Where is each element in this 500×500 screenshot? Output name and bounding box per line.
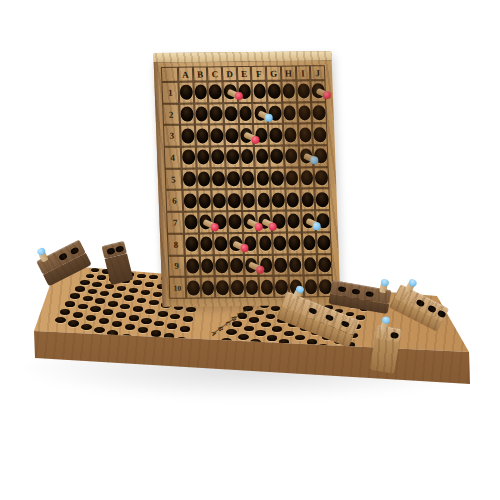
base-peg-hole[interactable] bbox=[100, 291, 110, 296]
base-peg-hole[interactable] bbox=[266, 314, 276, 319]
red-peg[interactable] bbox=[323, 91, 331, 99]
base-peg-hole[interactable] bbox=[99, 318, 110, 324]
grid-hole-cell[interactable] bbox=[285, 189, 300, 211]
base-peg-hole[interactable] bbox=[238, 334, 249, 340]
red-peg[interactable] bbox=[256, 266, 264, 274]
grid-hole-cell[interactable] bbox=[312, 124, 327, 146]
peg-hole[interactable] bbox=[239, 106, 252, 121]
grid-hole-cell[interactable] bbox=[267, 81, 282, 103]
row-label: 2 bbox=[169, 109, 174, 119]
base-peg-hole[interactable] bbox=[95, 298, 105, 304]
grid-hole-cell[interactable] bbox=[296, 80, 311, 102]
peg-hole[interactable] bbox=[315, 170, 328, 185]
base-peg-hole[interactable] bbox=[70, 293, 80, 299]
base-peg-hole[interactable] bbox=[145, 282, 154, 287]
grid-hole-cell[interactable] bbox=[199, 233, 214, 255]
base-peg-hole[interactable] bbox=[55, 317, 66, 324]
grid-hole-cell[interactable] bbox=[238, 103, 253, 125]
grid-hole-cell[interactable] bbox=[209, 103, 224, 125]
grid-hole-cell[interactable] bbox=[199, 255, 214, 277]
base-peg-hole[interactable] bbox=[167, 323, 177, 329]
peg-hole[interactable] bbox=[184, 215, 197, 230]
base-peg-hole[interactable] bbox=[91, 268, 100, 272]
column-label: I bbox=[301, 68, 305, 78]
red-peg[interactable] bbox=[269, 222, 277, 230]
peg-hole[interactable] bbox=[211, 128, 224, 143]
grid-hole-cell[interactable] bbox=[259, 276, 274, 298]
base-peg-hole[interactable] bbox=[284, 331, 294, 337]
scene: 12345678910ABCDEFGHIJ ABCDEFGHIJ12345678… bbox=[0, 0, 500, 500]
base-peg-hole[interactable] bbox=[120, 304, 130, 310]
grid-hole-cell[interactable] bbox=[252, 81, 267, 103]
column-header-cell: E bbox=[237, 66, 252, 81]
target-board-grid: ABCDEFGHIJ12345678910 bbox=[161, 65, 333, 299]
peg-hole[interactable] bbox=[197, 150, 210, 165]
peg-hole[interactable] bbox=[242, 171, 255, 186]
base-peg-hole[interactable] bbox=[78, 304, 88, 310]
grid-hole-cell[interactable] bbox=[185, 255, 200, 277]
grid-hole-cell[interactable] bbox=[212, 190, 227, 212]
base-peg-hole[interactable] bbox=[86, 274, 95, 279]
grid-hole-cell[interactable] bbox=[197, 190, 212, 212]
base-peg-hole[interactable] bbox=[149, 300, 159, 305]
peg-hole[interactable] bbox=[285, 149, 298, 164]
peg-hole[interactable] bbox=[257, 193, 270, 208]
grid-corner-cell bbox=[161, 67, 179, 82]
peg-hole[interactable] bbox=[228, 215, 241, 230]
peg-hole[interactable] bbox=[286, 171, 299, 186]
base-peg-hole[interactable] bbox=[170, 314, 180, 320]
ship-peg-hole[interactable] bbox=[106, 247, 115, 254]
grid-hole-cell[interactable] bbox=[210, 146, 225, 168]
grid-hole-cell[interactable] bbox=[302, 254, 317, 276]
row-label: 3 bbox=[169, 131, 174, 141]
base-peg-hole[interactable] bbox=[153, 292, 162, 297]
base-peg-hole[interactable] bbox=[80, 280, 89, 285]
base-peg-hole[interactable] bbox=[232, 321, 242, 327]
peg-hole[interactable] bbox=[298, 105, 311, 120]
base-peg-hole[interactable] bbox=[255, 330, 265, 336]
row-label-cell: 4 bbox=[164, 147, 182, 169]
column-label: E bbox=[241, 68, 247, 78]
grid-hole-cell[interactable] bbox=[183, 212, 198, 234]
row-label: 7 bbox=[173, 218, 178, 228]
grid-hole-cell[interactable] bbox=[194, 103, 209, 125]
peg-hole[interactable] bbox=[288, 236, 301, 251]
base-peg-hole[interactable] bbox=[75, 286, 85, 291]
grid-hole-cell[interactable] bbox=[315, 189, 330, 211]
grid-hole-cell[interactable] bbox=[186, 277, 201, 299]
peg-hole[interactable] bbox=[301, 192, 314, 207]
row-label-cell: 9 bbox=[168, 255, 186, 277]
grid-hole-cell[interactable] bbox=[196, 168, 211, 190]
peg-hole[interactable] bbox=[255, 149, 268, 164]
base-peg-hole[interactable] bbox=[90, 306, 100, 312]
ship-peg-hole[interactable] bbox=[427, 305, 437, 314]
peg-hole[interactable] bbox=[271, 171, 284, 186]
column-header-cell: D bbox=[222, 66, 237, 81]
base-peg-hole[interactable] bbox=[244, 326, 254, 332]
peg-hole[interactable] bbox=[256, 171, 269, 186]
grid-hole-cell[interactable] bbox=[182, 190, 197, 212]
row-label-cell: 6 bbox=[165, 190, 183, 212]
base-peg-hole[interactable] bbox=[133, 306, 143, 312]
column-label: B bbox=[197, 69, 203, 79]
peg-hole[interactable] bbox=[282, 84, 295, 99]
peg-hole[interactable] bbox=[200, 237, 213, 252]
ship-peg-hole[interactable] bbox=[58, 252, 68, 261]
peg-hole[interactable] bbox=[289, 257, 302, 272]
grid-hole-cell[interactable] bbox=[240, 168, 255, 190]
red-peg[interactable] bbox=[254, 222, 262, 230]
base-peg-hole[interactable] bbox=[158, 311, 168, 317]
row-label-cell: 2 bbox=[162, 103, 180, 125]
peg-hole[interactable] bbox=[269, 127, 282, 142]
base-peg-hole[interactable] bbox=[183, 316, 193, 322]
grid-hole-cell[interactable] bbox=[286, 211, 301, 233]
grid-hole-cell[interactable] bbox=[297, 102, 312, 124]
peg-hole[interactable] bbox=[300, 170, 313, 185]
peg-hole[interactable] bbox=[186, 258, 199, 273]
peg-hole[interactable] bbox=[241, 149, 254, 164]
peg-hole[interactable] bbox=[313, 127, 326, 142]
peg-hole[interactable] bbox=[228, 193, 241, 208]
grid-hole-cell[interactable] bbox=[182, 168, 197, 190]
base-peg-hole[interactable] bbox=[117, 286, 126, 291]
grid-hole-cell[interactable] bbox=[226, 189, 241, 211]
base-peg-hole[interactable] bbox=[112, 293, 122, 298]
ship-peg-hole[interactable] bbox=[325, 313, 334, 321]
grid-hole-cell[interactable] bbox=[211, 168, 226, 190]
grid-hole-cell[interactable] bbox=[230, 276, 245, 298]
peg-hole[interactable] bbox=[210, 106, 223, 121]
grid-hole-cell[interactable] bbox=[269, 146, 284, 168]
base-peg-hole[interactable] bbox=[151, 330, 162, 336]
grid-hole-cell[interactable] bbox=[303, 275, 318, 297]
column-header-cell: G bbox=[266, 66, 281, 81]
ship-peg-hole[interactable] bbox=[115, 245, 124, 252]
peg-hole[interactable] bbox=[272, 192, 285, 207]
peg-hole[interactable] bbox=[213, 193, 226, 208]
grid-hole-cell[interactable] bbox=[300, 189, 315, 211]
base-peg-hole[interactable] bbox=[86, 315, 97, 321]
grid-hole-cell[interactable] bbox=[214, 255, 229, 277]
row-label-cell: 10 bbox=[169, 277, 187, 299]
column-label: J bbox=[315, 68, 320, 78]
base-peg-hole[interactable] bbox=[137, 298, 147, 303]
base-peg-hole[interactable] bbox=[124, 295, 134, 300]
grid-hole-cell[interactable] bbox=[254, 146, 269, 168]
peg-hole[interactable] bbox=[283, 106, 296, 121]
peg-hole[interactable] bbox=[313, 105, 326, 120]
base-peg-hole[interactable] bbox=[92, 282, 101, 287]
column-header-cell: I bbox=[295, 65, 310, 80]
peg-hole[interactable] bbox=[180, 85, 193, 100]
peg-hole[interactable] bbox=[242, 193, 255, 208]
peg-hole[interactable] bbox=[212, 171, 225, 186]
grid-hole-cell[interactable] bbox=[178, 82, 193, 104]
base-peg-hole[interactable] bbox=[137, 274, 146, 278]
base-peg-hole[interactable] bbox=[116, 312, 126, 318]
peg-hole[interactable] bbox=[246, 279, 259, 294]
peg-hole[interactable] bbox=[297, 84, 310, 99]
grid-hole-cell[interactable] bbox=[316, 232, 331, 254]
grid-hole-cell[interactable] bbox=[215, 276, 230, 298]
peg-hole[interactable] bbox=[253, 84, 266, 99]
base-peg-hole[interactable] bbox=[186, 307, 196, 312]
grid-hole-cell[interactable] bbox=[273, 254, 288, 276]
grid-hole-cell[interactable] bbox=[287, 232, 302, 254]
base-peg-hole[interactable] bbox=[272, 326, 282, 332]
base-peg-hole[interactable] bbox=[261, 322, 271, 328]
grid-hole-cell[interactable] bbox=[282, 102, 297, 124]
ship-peg-hole[interactable] bbox=[70, 246, 80, 255]
peg-hole[interactable] bbox=[273, 236, 286, 251]
red-peg[interactable] bbox=[251, 136, 259, 144]
peg-hole[interactable] bbox=[225, 128, 238, 143]
peg-hole[interactable] bbox=[215, 258, 228, 273]
column-header-cell: B bbox=[193, 66, 208, 81]
grid-hole-cell[interactable] bbox=[227, 211, 242, 233]
base-peg-hole[interactable] bbox=[68, 320, 79, 327]
column-header-cell: A bbox=[178, 67, 193, 82]
grid-hole-cell[interactable] bbox=[255, 168, 270, 190]
column-label: A bbox=[182, 69, 189, 79]
base-peg-hole[interactable] bbox=[180, 326, 190, 332]
base-peg-hole[interactable] bbox=[88, 289, 98, 294]
row-label: 5 bbox=[171, 174, 176, 184]
grid-hole-cell[interactable] bbox=[284, 146, 299, 168]
base-peg-hole[interactable] bbox=[226, 329, 237, 335]
peg-hole[interactable] bbox=[182, 150, 195, 165]
peg-hole[interactable] bbox=[226, 149, 239, 164]
base-peg-hole[interactable] bbox=[108, 301, 118, 307]
ship-peg-hole[interactable] bbox=[365, 290, 374, 297]
grid-hole-cell[interactable] bbox=[244, 276, 259, 298]
peg-hole[interactable] bbox=[268, 84, 281, 99]
row-label: 10 bbox=[174, 283, 182, 292]
grid-hole-cell[interactable] bbox=[283, 124, 298, 146]
grid-hole-cell[interactable] bbox=[193, 81, 208, 103]
column-header-cell: J bbox=[310, 65, 325, 80]
grid-hole-cell[interactable] bbox=[209, 125, 224, 147]
grid-hole-cell[interactable] bbox=[311, 102, 326, 124]
grid-hole-cell[interactable] bbox=[288, 254, 303, 276]
peg-hole[interactable] bbox=[259, 236, 272, 251]
peg-hole[interactable] bbox=[196, 128, 209, 143]
grid-hole-cell[interactable] bbox=[226, 168, 241, 190]
peg-hole[interactable] bbox=[198, 193, 211, 208]
grid-hole-cell[interactable] bbox=[317, 254, 332, 276]
peg-hole[interactable] bbox=[284, 127, 297, 142]
base-peg-hole[interactable] bbox=[65, 301, 75, 307]
peg-hole[interactable] bbox=[317, 235, 330, 250]
peg-hole[interactable] bbox=[216, 280, 229, 295]
grid-hole-cell[interactable] bbox=[257, 233, 272, 255]
base-peg-hole[interactable] bbox=[129, 315, 139, 321]
base-peg-hole[interactable] bbox=[112, 321, 123, 327]
base-peg-hole[interactable] bbox=[267, 335, 277, 341]
peg-hole[interactable] bbox=[227, 171, 240, 186]
base-peg-hole[interactable] bbox=[97, 275, 106, 280]
base-peg-hole[interactable] bbox=[133, 280, 142, 285]
grid-hole-cell[interactable] bbox=[270, 167, 285, 189]
grid-hole-cell[interactable] bbox=[256, 189, 271, 211]
peg-hole[interactable] bbox=[304, 279, 317, 294]
grid-hole-cell[interactable] bbox=[225, 146, 240, 168]
row-label: 1 bbox=[168, 88, 173, 98]
peg-hole[interactable] bbox=[316, 192, 329, 207]
grid-hole-cell[interactable] bbox=[241, 189, 256, 211]
grid-hole-cell[interactable] bbox=[281, 80, 296, 102]
grid-hole-cell[interactable] bbox=[195, 125, 210, 147]
row-label: 9 bbox=[174, 261, 179, 271]
peg-hole[interactable] bbox=[318, 257, 331, 272]
base-peg-hole[interactable] bbox=[307, 339, 317, 345]
base-peg-hole[interactable] bbox=[154, 321, 164, 327]
base-peg-hole[interactable] bbox=[249, 317, 259, 323]
row-label-cell: 3 bbox=[163, 125, 181, 147]
row-label: 6 bbox=[172, 196, 177, 206]
target-board-top-edge bbox=[153, 51, 331, 63]
base-peg-hole[interactable] bbox=[81, 324, 92, 331]
base-peg-hole[interactable] bbox=[295, 335, 305, 341]
row-label: 4 bbox=[170, 153, 175, 163]
peg-hole[interactable] bbox=[194, 85, 207, 100]
ship-peg-hole[interactable] bbox=[351, 288, 360, 295]
base-peg-hole[interactable] bbox=[125, 324, 136, 330]
grid-hole-cell[interactable] bbox=[223, 103, 238, 125]
base-peg-hole[interactable] bbox=[145, 309, 155, 315]
base-peg-hole[interactable] bbox=[60, 309, 71, 315]
column-label: C bbox=[211, 69, 218, 79]
target-board[interactable]: ABCDEFGHIJ12345678910 bbox=[153, 51, 340, 307]
grid-hole-cell[interactable] bbox=[301, 232, 316, 254]
peg-hole[interactable] bbox=[187, 280, 200, 295]
grid-hole-cell[interactable] bbox=[229, 255, 244, 277]
column-header-cell: H bbox=[281, 65, 296, 80]
grid-hole-cell[interactable] bbox=[297, 124, 312, 146]
base-peg-hole[interactable] bbox=[103, 309, 113, 315]
base-peg-hole[interactable] bbox=[255, 310, 265, 315]
peg-hole[interactable] bbox=[303, 235, 316, 250]
grid-hole-cell[interactable] bbox=[240, 146, 255, 168]
column-label: D bbox=[226, 69, 233, 79]
base-peg-hole[interactable] bbox=[149, 275, 158, 279]
peg-hole[interactable] bbox=[274, 257, 287, 272]
peg-hole[interactable] bbox=[184, 193, 197, 208]
peg-hole[interactable] bbox=[303, 257, 316, 272]
grid-hole-cell[interactable] bbox=[271, 189, 286, 211]
ship-peg-hole[interactable] bbox=[341, 320, 350, 328]
ship-peg-hole[interactable] bbox=[416, 299, 426, 308]
row-label-cell: 7 bbox=[166, 212, 184, 234]
peg-hole[interactable] bbox=[209, 85, 222, 100]
peg-hole[interactable] bbox=[260, 279, 273, 294]
peg-hole[interactable] bbox=[286, 192, 299, 207]
peg-hole[interactable] bbox=[224, 106, 237, 121]
ship-peg-hole[interactable] bbox=[390, 332, 399, 339]
column-header-cell: F bbox=[251, 66, 266, 81]
peg-hole[interactable] bbox=[185, 237, 198, 252]
row-label-cell: 8 bbox=[167, 233, 185, 255]
peg-hole[interactable] bbox=[195, 106, 208, 121]
ship-peg-hole[interactable] bbox=[308, 307, 317, 315]
peg-hole[interactable] bbox=[270, 149, 283, 164]
grid-hole-cell[interactable] bbox=[184, 233, 199, 255]
base-peg-hole[interactable] bbox=[138, 327, 149, 333]
grid-hole-cell[interactable] bbox=[284, 167, 299, 189]
peg-hole[interactable] bbox=[230, 258, 243, 273]
grid-hole-cell[interactable] bbox=[200, 277, 215, 299]
peg-hole[interactable] bbox=[211, 150, 224, 165]
grid-hole-cell[interactable] bbox=[181, 147, 196, 169]
peg-hole[interactable] bbox=[181, 128, 194, 143]
peg-hole[interactable] bbox=[231, 280, 244, 295]
peg-hole[interactable] bbox=[215, 236, 228, 251]
base-peg-hole[interactable] bbox=[94, 327, 105, 334]
peg-hole[interactable] bbox=[299, 127, 312, 142]
row-label-cell: 1 bbox=[161, 82, 179, 104]
base-peg-hole[interactable] bbox=[73, 312, 84, 318]
grid-hole-cell[interactable] bbox=[179, 103, 194, 125]
grid-hole-cell[interactable] bbox=[272, 232, 287, 254]
peg-hole[interactable] bbox=[201, 280, 214, 295]
peg-hole[interactable] bbox=[197, 171, 210, 186]
peg-hole[interactable] bbox=[183, 172, 196, 187]
grid-hole-cell[interactable] bbox=[314, 167, 329, 189]
red-peg[interactable] bbox=[210, 223, 218, 231]
row-label-cell: 5 bbox=[165, 168, 183, 190]
column-header-cell: C bbox=[207, 66, 222, 81]
peg-hole[interactable] bbox=[201, 258, 214, 273]
row-label: 8 bbox=[173, 239, 178, 249]
grid-hole-cell[interactable] bbox=[213, 233, 228, 255]
peg-hole[interactable] bbox=[180, 107, 193, 122]
grid-hole-cell[interactable] bbox=[299, 167, 314, 189]
peg-hole[interactable] bbox=[287, 214, 300, 229]
column-label: G bbox=[270, 68, 277, 78]
base-peg-hole[interactable] bbox=[141, 290, 150, 295]
column-label: F bbox=[256, 68, 262, 78]
ship-peg-hole[interactable] bbox=[338, 286, 347, 293]
grid-hole-cell[interactable] bbox=[195, 146, 210, 168]
grid-hole-cell[interactable] bbox=[208, 81, 223, 103]
base-peg-hole[interactable] bbox=[141, 318, 151, 324]
column-label: H bbox=[285, 68, 292, 78]
grid-hole-cell[interactable] bbox=[180, 125, 195, 147]
base-peg-hole[interactable] bbox=[83, 296, 93, 302]
grid-hole-cell[interactable] bbox=[224, 124, 239, 146]
grid-hole-cell[interactable] bbox=[268, 124, 283, 146]
base-peg-hole[interactable] bbox=[129, 288, 138, 293]
